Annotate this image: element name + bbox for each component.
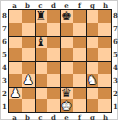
rank-label-1: 1 [112,100,118,113]
square-h3[interactable] [98,74,111,87]
square-c6[interactable]: ♝ [35,36,48,49]
white-pawn[interactable]: ♟ [23,74,34,86]
square-g2[interactable] [86,87,99,100]
square-g1[interactable] [86,99,99,112]
corner-bottom-right [112,113,118,120]
square-h8[interactable] [98,10,111,23]
rank-label-6: 6 [112,35,118,48]
square-b1[interactable] [22,99,35,112]
rank-labels-left: 87654321 [1,9,8,113]
square-e6[interactable] [60,36,73,49]
square-g5[interactable] [86,48,99,61]
chess-diagram: abcdefgh 87654321 ♜♚♝♟♞♟♛♚ 87654321 abcd… [0,0,118,120]
square-b5[interactable] [22,48,35,61]
rank-label-5: 5 [112,48,118,61]
square-b4[interactable] [22,61,35,74]
black-bishop[interactable]: ♝ [35,36,46,48]
rank-label-1: 1 [1,100,8,113]
black-queen[interactable]: ♛ [61,87,72,99]
square-f5[interactable] [73,48,86,61]
corner-top-left [1,1,8,9]
square-f6[interactable] [73,36,86,49]
rank-label-3: 3 [1,74,8,87]
file-label-c: c [34,1,47,9]
corner-top-right [112,1,118,9]
rank-label-2: 2 [112,87,118,100]
file-label-d: d [47,113,60,120]
square-a7[interactable] [9,23,22,36]
square-d3[interactable] [47,74,60,87]
square-h7[interactable] [98,23,111,36]
file-label-f: f [73,1,86,9]
square-e4[interactable] [60,61,73,74]
file-label-g: g [86,113,99,120]
square-c7[interactable] [35,23,48,36]
square-c2[interactable] [35,87,48,100]
square-a2[interactable]: ♟ [9,87,22,100]
square-c1[interactable] [35,99,48,112]
file-label-b: b [21,1,34,9]
square-b2[interactable] [22,87,35,100]
black-rook[interactable]: ♜ [35,10,46,22]
square-e7[interactable] [60,23,73,36]
file-label-h: h [99,1,112,9]
square-f4[interactable] [73,61,86,74]
file-label-d: d [47,1,60,9]
file-label-h: h [99,113,112,120]
rank-label-3: 3 [112,74,118,87]
square-g6[interactable] [86,36,99,49]
square-g8[interactable] [86,10,99,23]
square-g3[interactable]: ♞ [86,74,99,87]
square-a8[interactable] [9,10,22,23]
square-b8[interactable] [22,10,35,23]
rank-label-4: 4 [1,61,8,74]
square-c4[interactable] [35,61,48,74]
square-g7[interactable] [86,23,99,36]
square-d1[interactable] [47,99,60,112]
rank-label-2: 2 [1,87,8,100]
file-label-b: b [21,113,34,120]
file-labels-bottom: abcdefgh [8,113,112,120]
square-h2[interactable] [98,87,111,100]
rank-label-5: 5 [1,48,8,61]
square-b3[interactable]: ♟ [22,74,35,87]
white-knight[interactable]: ♞ [86,74,97,86]
square-a5[interactable] [9,48,22,61]
square-f1[interactable] [73,99,86,112]
square-c3[interactable] [35,74,48,87]
file-labels-top: abcdefgh [8,1,112,9]
square-f8[interactable] [73,10,86,23]
square-d6[interactable] [47,36,60,49]
square-h6[interactable] [98,36,111,49]
square-d7[interactable] [47,23,60,36]
square-g4[interactable] [86,61,99,74]
file-label-a: a [8,1,21,9]
square-f7[interactable] [73,23,86,36]
square-a4[interactable] [9,61,22,74]
rank-label-8: 8 [1,9,8,22]
file-label-f: f [73,113,86,120]
white-pawn[interactable]: ♟ [10,87,21,99]
rank-labels-right: 87654321 [112,9,118,113]
square-h4[interactable] [98,61,111,74]
square-e8[interactable]: ♚ [60,10,73,23]
square-a1[interactable] [9,99,22,112]
grid-line-horizontal-1 [9,36,111,37]
file-label-e: e [60,113,73,120]
file-label-g: g [86,1,99,9]
square-e3[interactable] [60,74,73,87]
square-f2[interactable] [73,87,86,100]
square-b7[interactable] [22,23,35,36]
square-a3[interactable] [9,74,22,87]
square-h1[interactable] [98,99,111,112]
square-e5[interactable] [60,48,73,61]
rank-label-4: 4 [112,61,118,74]
rank-label-6: 6 [1,35,8,48]
square-d5[interactable] [47,48,60,61]
file-label-a: a [8,113,21,120]
square-d8[interactable] [47,10,60,23]
square-f3[interactable] [73,74,86,87]
file-label-c: c [34,113,47,120]
square-d2[interactable] [47,87,60,100]
square-c8[interactable]: ♜ [35,10,48,23]
rank-label-8: 8 [112,9,118,22]
corner-bottom-left [1,113,8,120]
square-e1[interactable]: ♚ [60,99,73,112]
rank-label-7: 7 [1,22,8,35]
square-h5[interactable] [98,48,111,61]
white-king[interactable]: ♚ [61,100,72,112]
square-e2[interactable]: ♛ [60,87,73,100]
square-d4[interactable] [47,61,60,74]
black-king[interactable]: ♚ [61,10,72,22]
chess-board: ♜♚♝♟♞♟♛♚ [8,9,112,113]
square-c5[interactable] [35,48,48,61]
grid-line-horizontal-2 [9,61,111,62]
rank-label-7: 7 [112,22,118,35]
square-a6[interactable] [9,36,22,49]
square-b6[interactable] [22,36,35,49]
file-label-e: e [60,1,73,9]
